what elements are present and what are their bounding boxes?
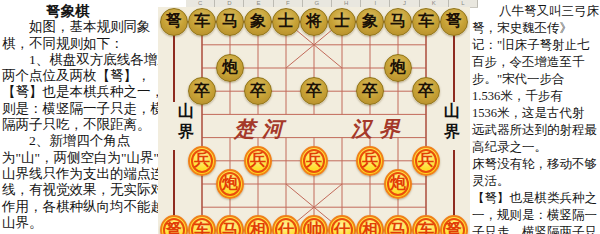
mountain-char: 山 [178, 103, 194, 119]
text-line: 弩，宋史魏丕传》 [472, 20, 600, 37]
piece-red-general[interactable]: 帅 [300, 215, 328, 234]
piece-character: 炮 [222, 173, 238, 194]
piece-character: 象 [250, 11, 266, 32]
text-line: 作用，各棋种纵向均不能越过 [2, 199, 184, 215]
piece-red-crossbow[interactable]: 弩 [160, 215, 188, 234]
page-title: 弩象棋 [2, 3, 184, 19]
text-line: 【弩】也是本棋兵种之一，规 [2, 84, 184, 100]
page: 弩象棋如图，基本规则同象棋，不同规则如下：1、棋盘双方底线各增加两个点位及两枚【… [0, 0, 600, 234]
piece-black-soldier[interactable]: 卒 [356, 77, 384, 105]
text-line: 如图，基本规则同象 [2, 19, 184, 35]
piece-black-advisor[interactable]: 士 [272, 8, 300, 36]
piece-red-chariot[interactable]: 车 [412, 215, 440, 234]
piece-black-crossbow[interactable]: 弩 [440, 8, 468, 36]
piece-character: 相 [250, 220, 266, 234]
piece-red-crossbow[interactable]: 弩 [440, 215, 468, 234]
text-line: 八牛弩又叫三弓床 [472, 3, 600, 20]
piece-black-chariot[interactable]: 车 [412, 8, 440, 36]
piece-character: 将 [306, 11, 322, 32]
column-header-cell: E [244, 0, 273, 7]
mountain-char: 山 [444, 103, 460, 119]
piece-red-cannon[interactable]: 炮 [384, 169, 412, 199]
piece-character: 帅 [306, 220, 322, 234]
piece-character: 马 [222, 11, 238, 32]
piece-character: 车 [418, 220, 434, 234]
piece-red-soldier[interactable]: 兵 [188, 146, 216, 176]
text-line: 步。"宋代一步合 [472, 71, 600, 88]
text-line: 子只走，横竖隔两子只 [472, 224, 600, 234]
board-grid: 弩车马象士将士象马车弩炮炮卒卒卒卒卒兵兵兵兵兵炮炮弩车马相仕帅仕相马车弩 [160, 10, 468, 234]
column-header-cell: D [215, 0, 244, 7]
piece-red-elephant[interactable]: 相 [356, 215, 384, 234]
piece-character: 仕 [278, 220, 294, 234]
piece-black-general[interactable]: 将 [300, 8, 328, 36]
column-header-cell: J [390, 0, 419, 7]
piece-character: 象 [362, 11, 378, 32]
piece-character: 弩 [446, 220, 462, 234]
piece-black-advisor[interactable]: 士 [328, 8, 356, 36]
piece-character: 仕 [334, 220, 350, 234]
piece-character: 兵 [418, 150, 434, 171]
piece-black-chariot[interactable]: 车 [188, 8, 216, 36]
text-line: 1.536米，千步有 [472, 88, 600, 105]
text-line: 为"山"，两侧空白为"山界"， [2, 150, 184, 166]
text-line: 高纪录之一。 [472, 139, 600, 156]
text-line: 1536米，这是古代射 [472, 105, 600, 122]
piece-character: 车 [194, 220, 210, 234]
article-right: 八牛弩又叫三弓床弩，宋史魏丕传》记："旧床子弩射止七百步，令丕增造至千步。"宋代… [472, 0, 600, 234]
piece-red-horse[interactable]: 马 [384, 215, 412, 234]
column-header-cell: L [449, 0, 478, 7]
mountain-border-label-left: 山 界 [175, 103, 197, 140]
text-line: 2、新增四个角点 [2, 133, 184, 149]
piece-character: 炮 [222, 57, 238, 78]
border-char: 界 [178, 124, 194, 140]
xiangqi-board: 弩车马象士将士象马车弩炮炮卒卒卒卒卒兵兵兵兵兵炮炮弩车马相仕帅仕相马车弩 [160, 10, 468, 234]
piece-character: 卒 [250, 81, 266, 102]
piece-red-horse[interactable]: 马 [216, 215, 244, 234]
column-header-cell: F [274, 0, 303, 7]
text-line: 山界线只作为支出的端点连 [2, 166, 184, 182]
piece-character: 卒 [418, 81, 434, 102]
column-header-cell: C [186, 0, 215, 7]
piece-character: 弩 [446, 11, 462, 32]
piece-black-horse[interactable]: 马 [384, 8, 412, 36]
piece-character: 兵 [362, 150, 378, 171]
piece-black-cannon[interactable]: 炮 [216, 54, 244, 82]
text-line: 【弩】也是棋类兵种之 [472, 190, 600, 207]
river-label-chuhe: 楚河 [234, 115, 290, 143]
text-line: 线，有视觉效果，无实际对弈 [2, 182, 184, 198]
piece-character: 车 [418, 11, 434, 32]
piece-character: 兵 [306, 150, 322, 171]
piece-black-elephant[interactable]: 象 [356, 8, 384, 36]
text-line: 两个点位及两枚【弩】， [2, 68, 184, 84]
column-header-cell: H [332, 0, 361, 7]
piece-character: 士 [278, 11, 294, 32]
piece-character: 马 [390, 220, 406, 234]
piece-red-cannon[interactable]: 炮 [216, 169, 244, 199]
piece-character: 兵 [194, 150, 210, 171]
piece-red-soldier[interactable]: 兵 [300, 146, 328, 176]
piece-black-soldier[interactable]: 卒 [300, 77, 328, 105]
text-line: 百步，令丕增造至千 [472, 54, 600, 71]
text-line: 灵活。 [472, 173, 600, 190]
text-line: 远武器所达到的射程最 [472, 122, 600, 139]
piece-character: 卒 [194, 81, 210, 102]
piece-character: 车 [194, 11, 210, 32]
piece-red-soldier[interactable]: 兵 [412, 146, 440, 176]
column-header-cell: I [361, 0, 390, 7]
mountain-border-label-right: 山 界 [441, 103, 463, 140]
piece-character: 相 [362, 220, 378, 234]
piece-character: 兵 [250, 150, 266, 171]
text-line: 隔两子只吃，不限距离。 [2, 117, 184, 133]
piece-red-chariot[interactable]: 车 [188, 215, 216, 234]
piece-character: 炮 [390, 173, 406, 194]
text-line: 则是：横竖隔一子只走，横竖 [2, 101, 184, 117]
text-line: 山界。 [2, 215, 184, 231]
border-char: 界 [444, 124, 460, 140]
text-line: 记："旧床子弩射止七 [472, 37, 600, 54]
text-line: 棋，不同规则如下： [2, 36, 184, 52]
piece-black-horse[interactable]: 马 [216, 8, 244, 36]
piece-black-soldier[interactable]: 卒 [244, 77, 272, 105]
piece-black-cannon[interactable]: 炮 [384, 54, 412, 82]
piece-red-elephant[interactable]: 相 [244, 215, 272, 234]
piece-red-advisor[interactable]: 仕 [272, 215, 300, 234]
piece-black-crossbow[interactable]: 弩 [160, 8, 188, 36]
text-line: 床弩没有轮，移动不够 [472, 156, 600, 173]
piece-character: 卒 [362, 81, 378, 102]
piece-character: 弩 [166, 11, 182, 32]
piece-black-soldier[interactable]: 卒 [412, 77, 440, 105]
piece-red-soldier[interactable]: 兵 [356, 146, 384, 176]
piece-character: 炮 [390, 57, 406, 78]
piece-character: 马 [222, 220, 238, 234]
piece-red-soldier[interactable]: 兵 [244, 146, 272, 176]
column-header-cell: G [303, 0, 332, 7]
river-label-hanjie: 汉界 [351, 115, 407, 143]
text-line: 1、棋盘双方底线各增加 [2, 52, 184, 68]
piece-character: 马 [390, 11, 406, 32]
piece-black-elephant[interactable]: 象 [244, 8, 272, 36]
column-header-cell: K [420, 0, 449, 7]
piece-character: 士 [334, 11, 350, 32]
piece-character: 卒 [306, 81, 322, 102]
article-left: 弩象棋如图，基本规则同象棋，不同规则如下：1、棋盘双方底线各增加两个点位及两枚【… [2, 0, 184, 231]
text-line: 一，规则是：横竖隔一 [472, 207, 600, 224]
piece-red-advisor[interactable]: 仕 [328, 215, 356, 234]
piece-black-soldier[interactable]: 卒 [188, 77, 216, 105]
piece-character: 弩 [166, 220, 182, 234]
